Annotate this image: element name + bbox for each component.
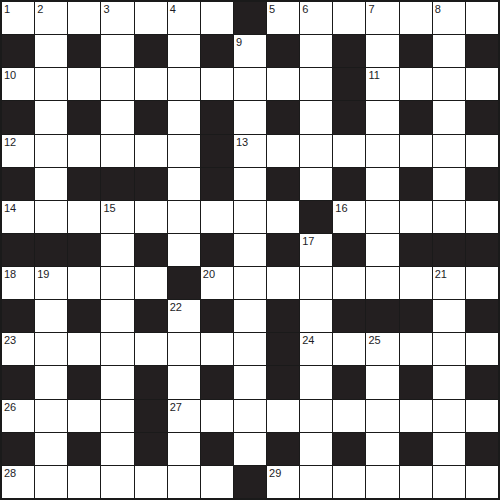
black-cell — [466, 168, 498, 200]
grid-cell[interactable] — [400, 68, 432, 100]
black-cell — [201, 168, 233, 200]
black-cell — [333, 68, 365, 100]
grid-cell[interactable] — [366, 201, 398, 233]
black-cell — [2, 366, 34, 398]
grid-cell[interactable] — [433, 466, 465, 498]
clue-number: 15 — [103, 202, 115, 214]
grid-cell[interactable] — [333, 2, 365, 34]
grid-cell[interactable] — [366, 234, 398, 266]
grid-cell[interactable] — [234, 400, 266, 432]
black-cell — [2, 234, 34, 266]
grid-cell[interactable] — [366, 366, 398, 398]
grid-cell[interactable] — [466, 333, 498, 365]
black-cell — [2, 168, 34, 200]
grid-cell[interactable] — [101, 466, 133, 498]
black-cell — [2, 300, 34, 332]
grid-cell[interactable] — [101, 300, 133, 332]
grid-cell[interactable] — [300, 300, 332, 332]
grid-cell[interactable] — [433, 433, 465, 465]
black-cell — [267, 300, 299, 332]
black-cell — [333, 300, 365, 332]
grid-cell[interactable]: 12 — [2, 135, 34, 167]
grid-cell[interactable] — [466, 68, 498, 100]
black-cell — [400, 234, 432, 266]
grid-cell[interactable] — [168, 201, 200, 233]
grid-cell[interactable] — [300, 400, 332, 432]
black-cell — [68, 366, 100, 398]
grid-cell[interactable] — [366, 35, 398, 67]
grid-cell[interactable]: 13 — [234, 135, 266, 167]
grid-cell[interactable] — [201, 400, 233, 432]
grid-cell[interactable] — [68, 2, 100, 34]
grid-cell[interactable] — [201, 2, 233, 34]
clue-number: 17 — [302, 235, 314, 247]
clue-number: 24 — [302, 334, 314, 346]
black-cell — [68, 433, 100, 465]
grid-cell[interactable] — [168, 35, 200, 67]
grid-cell[interactable] — [366, 267, 398, 299]
black-cell — [333, 35, 365, 67]
black-cell — [333, 366, 365, 398]
grid-cell[interactable] — [433, 101, 465, 133]
grid-cell[interactable] — [466, 201, 498, 233]
grid-cell[interactable] — [433, 135, 465, 167]
black-cell — [267, 234, 299, 266]
grid-cell[interactable]: 10 — [2, 68, 34, 100]
grid-cell[interactable] — [400, 466, 432, 498]
grid-cell[interactable] — [433, 400, 465, 432]
clue-number: 1 — [4, 3, 10, 15]
black-cell — [400, 101, 432, 133]
grid-cell[interactable]: 16 — [333, 201, 365, 233]
grid-cell[interactable] — [101, 35, 133, 67]
black-cell — [333, 234, 365, 266]
black-cell — [466, 433, 498, 465]
grid-cell[interactable] — [101, 366, 133, 398]
grid-cell[interactable]: 20 — [201, 267, 233, 299]
black-cell — [466, 35, 498, 67]
grid-cell[interactable]: 23 — [2, 333, 34, 365]
clue-number: 4 — [170, 3, 176, 15]
grid-cell[interactable] — [300, 466, 332, 498]
black-cell — [135, 101, 167, 133]
grid-cell[interactable] — [234, 433, 266, 465]
clue-number: 2 — [37, 3, 43, 15]
grid-cell[interactable] — [400, 135, 432, 167]
black-cell — [300, 201, 332, 233]
clue-number: 11 — [368, 69, 379, 81]
grid-cell[interactable] — [433, 168, 465, 200]
grid-cell[interactable] — [101, 267, 133, 299]
grid-cell[interactable] — [267, 135, 299, 167]
grid-cell[interactable] — [300, 267, 332, 299]
grid-cell[interactable] — [135, 267, 167, 299]
clue-number: 14 — [4, 202, 16, 214]
grid-cell[interactable] — [234, 366, 266, 398]
grid-cell[interactable]: 6 — [300, 2, 332, 34]
grid-cell[interactable] — [400, 400, 432, 432]
black-cell — [267, 101, 299, 133]
black-cell — [433, 234, 465, 266]
black-cell — [2, 35, 34, 67]
grid-cell[interactable] — [35, 201, 67, 233]
clue-number: 6 — [302, 3, 308, 15]
grid-cell[interactable] — [68, 466, 100, 498]
black-cell — [68, 168, 100, 200]
clue-number: 16 — [335, 202, 347, 214]
black-cell — [400, 35, 432, 67]
black-cell — [201, 300, 233, 332]
clue-number: 3 — [103, 3, 109, 15]
grid-cell[interactable] — [168, 234, 200, 266]
grid-cell[interactable]: 24 — [300, 333, 332, 365]
grid-cell[interactable] — [234, 267, 266, 299]
black-cell — [267, 433, 299, 465]
grid-cell[interactable] — [35, 168, 67, 200]
grid-cell[interactable] — [168, 135, 200, 167]
black-cell — [267, 333, 299, 365]
grid-cell[interactable] — [201, 466, 233, 498]
grid-cell[interactable]: 28 — [2, 466, 34, 498]
clue-number: 19 — [37, 268, 49, 280]
grid-cell[interactable] — [300, 135, 332, 167]
black-cell — [201, 101, 233, 133]
grid-cell[interactable]: 9 — [234, 35, 266, 67]
grid-cell[interactable] — [135, 135, 167, 167]
grid-cell[interactable] — [333, 267, 365, 299]
black-cell — [35, 234, 67, 266]
grid-cell[interactable] — [234, 300, 266, 332]
black-cell — [201, 433, 233, 465]
grid-cell[interactable] — [168, 101, 200, 133]
grid-cell[interactable]: 17 — [300, 234, 332, 266]
clue-number: 9 — [236, 36, 242, 48]
clue-number: 27 — [170, 401, 182, 413]
grid-cell[interactable] — [168, 68, 200, 100]
grid-cell[interactable]: 5 — [267, 2, 299, 34]
black-cell — [267, 366, 299, 398]
clue-number: 10 — [4, 69, 16, 81]
grid-cell[interactable] — [68, 333, 100, 365]
grid-cell[interactable] — [68, 201, 100, 233]
grid-cell[interactable] — [366, 433, 398, 465]
grid-cell[interactable] — [333, 333, 365, 365]
grid-cell[interactable]: 26 — [2, 400, 34, 432]
grid-cell[interactable] — [333, 135, 365, 167]
grid-cell[interactable] — [35, 300, 67, 332]
black-cell — [234, 466, 266, 498]
black-cell — [201, 35, 233, 67]
grid-cell[interactable]: 2 — [35, 2, 67, 34]
grid-cell[interactable] — [101, 333, 133, 365]
clue-number: 12 — [4, 136, 16, 148]
grid-cell[interactable] — [433, 68, 465, 100]
crossword-grid: 1234567891011121314151617181920212223242… — [0, 0, 500, 500]
black-cell — [366, 300, 398, 332]
clue-number: 28 — [4, 467, 16, 479]
grid-cell[interactable] — [168, 366, 200, 398]
grid-cell[interactable] — [68, 400, 100, 432]
grid-cell[interactable]: 11 — [366, 68, 398, 100]
black-cell — [333, 101, 365, 133]
black-cell — [135, 35, 167, 67]
grid-cell[interactable] — [101, 433, 133, 465]
grid-cell[interactable] — [466, 400, 498, 432]
grid-cell[interactable]: 22 — [168, 300, 200, 332]
black-cell — [333, 168, 365, 200]
grid-cell[interactable] — [366, 466, 398, 498]
grid-cell[interactable]: 29 — [267, 466, 299, 498]
grid-cell[interactable] — [68, 68, 100, 100]
black-cell — [135, 168, 167, 200]
black-cell — [201, 135, 233, 167]
grid-cell[interactable] — [35, 333, 67, 365]
clue-number: 23 — [4, 334, 16, 346]
grid-cell[interactable]: 1 — [2, 2, 34, 34]
grid-cell[interactable] — [400, 2, 432, 34]
clue-number: 18 — [4, 268, 16, 280]
grid-cell[interactable] — [101, 234, 133, 266]
black-cell — [135, 433, 167, 465]
clue-number: 22 — [170, 301, 182, 313]
black-cell — [101, 168, 133, 200]
grid-cell[interactable] — [400, 333, 432, 365]
grid-cell[interactable] — [101, 135, 133, 167]
grid-cell[interactable] — [201, 68, 233, 100]
black-cell — [68, 35, 100, 67]
grid-cell[interactable] — [366, 400, 398, 432]
black-cell — [201, 234, 233, 266]
grid-cell[interactable] — [135, 201, 167, 233]
grid-cell[interactable] — [201, 201, 233, 233]
clue-number: 25 — [368, 334, 380, 346]
black-cell — [400, 433, 432, 465]
grid-cell[interactable] — [466, 2, 498, 34]
grid-cell[interactable] — [234, 68, 266, 100]
black-cell — [400, 168, 432, 200]
black-cell — [68, 300, 100, 332]
black-cell — [201, 366, 233, 398]
clue-number: 7 — [368, 3, 374, 15]
grid-cell[interactable] — [466, 466, 498, 498]
grid-cell[interactable] — [267, 400, 299, 432]
clue-number: 29 — [269, 467, 281, 479]
grid-cell[interactable] — [433, 35, 465, 67]
grid-cell[interactable]: 15 — [101, 201, 133, 233]
grid-cell[interactable] — [234, 234, 266, 266]
grid-cell[interactable] — [234, 201, 266, 233]
grid-cell[interactable]: 4 — [168, 2, 200, 34]
black-cell — [466, 101, 498, 133]
clue-number: 8 — [435, 3, 441, 15]
grid-cell[interactable] — [433, 300, 465, 332]
clue-number: 5 — [269, 3, 275, 15]
grid-cell[interactable] — [35, 68, 67, 100]
grid-cell[interactable]: 27 — [168, 400, 200, 432]
grid-cell[interactable] — [433, 333, 465, 365]
grid-cell[interactable] — [168, 433, 200, 465]
black-cell — [2, 433, 34, 465]
clue-number: 20 — [203, 268, 215, 280]
grid-cell[interactable]: 19 — [35, 267, 67, 299]
grid-cell[interactable] — [267, 201, 299, 233]
clue-number: 13 — [236, 136, 248, 148]
black-cell — [68, 101, 100, 133]
grid-cell[interactable] — [135, 68, 167, 100]
grid-cell[interactable] — [68, 267, 100, 299]
grid-cell[interactable] — [333, 400, 365, 432]
grid-cell[interactable] — [300, 366, 332, 398]
black-cell — [466, 234, 498, 266]
grid-cell[interactable] — [35, 433, 67, 465]
grid-cell[interactable] — [366, 135, 398, 167]
grid-cell[interactable] — [135, 333, 167, 365]
black-cell — [234, 2, 266, 34]
grid-cell[interactable]: 8 — [433, 2, 465, 34]
grid-cell[interactable]: 14 — [2, 201, 34, 233]
black-cell — [2, 101, 34, 133]
grid-cell[interactable]: 21 — [433, 267, 465, 299]
grid-cell[interactable] — [168, 333, 200, 365]
grid-cell[interactable] — [366, 101, 398, 133]
grid-cell[interactable] — [267, 68, 299, 100]
grid-cell[interactable] — [201, 333, 233, 365]
grid-cell[interactable]: 7 — [366, 2, 398, 34]
black-cell — [267, 168, 299, 200]
black-cell — [135, 366, 167, 398]
grid-cell[interactable] — [35, 135, 67, 167]
black-cell — [466, 300, 498, 332]
grid-cell[interactable]: 3 — [101, 2, 133, 34]
grid-cell[interactable] — [101, 101, 133, 133]
black-cell — [168, 267, 200, 299]
black-cell — [400, 366, 432, 398]
black-cell — [333, 433, 365, 465]
grid-cell[interactable] — [433, 366, 465, 398]
grid-cell[interactable] — [101, 68, 133, 100]
grid-cell[interactable] — [466, 135, 498, 167]
grid-cell[interactable] — [35, 101, 67, 133]
black-cell — [466, 366, 498, 398]
grid-cell[interactable] — [300, 101, 332, 133]
black-cell — [400, 300, 432, 332]
grid-cell[interactable]: 18 — [2, 267, 34, 299]
grid-cell[interactable] — [366, 168, 398, 200]
grid-cell[interactable] — [300, 35, 332, 67]
black-cell — [68, 234, 100, 266]
grid-cell[interactable] — [400, 267, 432, 299]
grid-cell[interactable] — [101, 400, 133, 432]
grid-cell[interactable] — [35, 366, 67, 398]
grid-cell[interactable] — [333, 466, 365, 498]
grid-cell[interactable] — [168, 168, 200, 200]
grid-cell[interactable] — [433, 201, 465, 233]
grid-cell[interactable]: 25 — [366, 333, 398, 365]
grid-cell[interactable] — [300, 168, 332, 200]
grid-cell[interactable] — [267, 267, 299, 299]
grid-cell[interactable] — [35, 400, 67, 432]
grid-cell[interactable] — [35, 466, 67, 498]
clue-number: 21 — [435, 268, 447, 280]
grid-cell[interactable] — [234, 168, 266, 200]
black-cell — [135, 400, 167, 432]
grid-cell[interactable] — [466, 267, 498, 299]
grid-cell[interactable] — [400, 201, 432, 233]
clue-number: 26 — [4, 401, 16, 413]
grid-cell[interactable] — [234, 333, 266, 365]
grid-cell[interactable] — [300, 68, 332, 100]
black-cell — [135, 300, 167, 332]
grid-cell[interactable] — [135, 466, 167, 498]
grid-cell[interactable] — [135, 2, 167, 34]
grid-cell[interactable] — [68, 135, 100, 167]
grid-cell[interactable] — [35, 35, 67, 67]
grid-cell[interactable] — [234, 101, 266, 133]
grid-cell[interactable] — [168, 466, 200, 498]
black-cell — [267, 35, 299, 67]
grid-cell[interactable] — [300, 433, 332, 465]
black-cell — [135, 234, 167, 266]
